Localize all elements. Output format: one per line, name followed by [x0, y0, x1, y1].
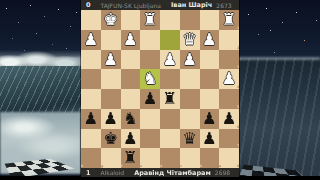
white-king: ♚: [101, 10, 121, 30]
square-f1[interactable]: [121, 10, 141, 30]
square-c7[interactable]: ♛: [180, 129, 200, 149]
square-f5[interactable]: [121, 89, 141, 109]
square-a3[interactable]: 3: [219, 50, 239, 70]
square-h5[interactable]: [81, 89, 101, 109]
chess-board: ♚♜♜1♟♟♛♟2♟♟♟3♞♟4♟♜5♟♟♞♟♟6♚♟♛♟7hg♜fedcb8a: [81, 10, 239, 168]
square-d7[interactable]: [160, 129, 180, 149]
white-pawn: ♟: [160, 50, 180, 70]
top-player-team: TAJFUN-SK Ljubljana: [101, 2, 161, 9]
black-rook: ♜: [121, 148, 141, 168]
square-c3[interactable]: ♟: [180, 50, 200, 70]
square-c6[interactable]: [180, 109, 200, 129]
chess-panel: 0 TAJFUN-SK Ljubljana Іван Шаріч 2673 ♚♜…: [81, 0, 239, 177]
bottom-player-rating: 2698: [215, 169, 230, 176]
square-h4[interactable]: [81, 69, 101, 89]
bottom-player-name: Аравінд Чітамбарам: [134, 169, 211, 177]
wave-face: [0, 66, 81, 118]
square-h7[interactable]: [81, 129, 101, 149]
square-h2[interactable]: ♟: [81, 30, 101, 50]
square-a6[interactable]: ♟6: [219, 109, 239, 129]
square-e4[interactable]: ♞: [140, 69, 160, 89]
square-e3[interactable]: [140, 50, 160, 70]
square-d1[interactable]: [160, 10, 180, 30]
square-c5[interactable]: [180, 89, 200, 109]
black-king: ♚: [101, 129, 121, 149]
square-g5[interactable]: [101, 89, 121, 109]
square-f3[interactable]: [121, 50, 141, 70]
square-g3[interactable]: ♟: [101, 50, 121, 70]
black-rook: ♜: [160, 89, 180, 109]
square-d2[interactable]: [160, 30, 180, 50]
bottom-player-team: Alkaloid: [101, 169, 125, 176]
black-pawn: ♟: [200, 109, 220, 129]
square-c8[interactable]: c: [180, 148, 200, 168]
square-d5[interactable]: ♜: [160, 89, 180, 109]
square-f2[interactable]: ♟: [121, 30, 141, 50]
square-b8[interactable]: b: [200, 148, 220, 168]
black-pawn: ♟: [101, 109, 121, 129]
square-c1[interactable]: [180, 10, 200, 30]
square-h1[interactable]: [81, 10, 101, 30]
square-g8[interactable]: g: [101, 148, 121, 168]
black-pawn: ♟: [140, 89, 160, 109]
top-player-bar: 0 TAJFUN-SK Ljubljana Іван Шаріч 2673: [81, 0, 239, 10]
white-rook: ♜: [140, 10, 160, 30]
square-e1[interactable]: ♜: [140, 10, 160, 30]
square-a7[interactable]: 7: [219, 129, 239, 149]
square-f4[interactable]: [121, 69, 141, 89]
square-h6[interactable]: ♟: [81, 109, 101, 129]
square-h8[interactable]: h: [81, 148, 101, 168]
sea: [239, 58, 320, 176]
square-b6[interactable]: ♟: [200, 109, 220, 129]
square-a1[interactable]: ♜1: [219, 10, 239, 30]
square-d3[interactable]: ♟: [160, 50, 180, 70]
white-pawn: ♟: [101, 50, 121, 70]
square-h3[interactable]: [81, 50, 101, 70]
square-g2[interactable]: [101, 30, 121, 50]
bottom-player-bar: 1 Alkaloid Аравінд Чітамбарам 2698: [81, 168, 239, 177]
square-e8[interactable]: e: [140, 148, 160, 168]
square-e5[interactable]: ♟: [140, 89, 160, 109]
black-pawn: ♟: [81, 109, 101, 129]
square-a4[interactable]: ♟4: [219, 69, 239, 89]
square-f7[interactable]: ♟: [121, 129, 141, 149]
square-c2[interactable]: ♛: [180, 30, 200, 50]
black-pawn: ♟: [121, 129, 141, 149]
black-pawn: ♟: [200, 129, 220, 149]
square-f6[interactable]: ♞: [121, 109, 141, 129]
square-b5[interactable]: [200, 89, 220, 109]
bottom-player-score: 1: [86, 169, 91, 177]
top-player-rating: 2673: [216, 2, 231, 9]
white-pawn: ♟: [121, 30, 141, 50]
square-b7[interactable]: ♟: [200, 129, 220, 149]
square-a2[interactable]: 2: [219, 30, 239, 50]
square-c4[interactable]: [180, 69, 200, 89]
black-knight: ♞: [121, 109, 141, 129]
square-e7[interactable]: [140, 129, 160, 149]
square-b1[interactable]: [200, 10, 220, 30]
broadcast-thumbnail: 0 TAJFUN-SK Ljubljana Іван Шаріч 2673 ♚♜…: [0, 0, 320, 180]
black-queen: ♛: [180, 129, 200, 149]
square-b2[interactable]: ♟: [200, 30, 220, 50]
square-g7[interactable]: ♚: [101, 129, 121, 149]
square-a5[interactable]: 5: [219, 89, 239, 109]
square-d4[interactable]: [160, 69, 180, 89]
square-g4[interactable]: [101, 69, 121, 89]
square-g1[interactable]: ♚: [101, 10, 121, 30]
square-e6[interactable]: [140, 109, 160, 129]
top-player-name: Іван Шаріч: [171, 1, 212, 9]
white-pawn: ♟: [81, 30, 101, 50]
stars: [0, 0, 1, 1]
white-pawn: ♟: [180, 50, 200, 70]
square-g6[interactable]: ♟: [101, 109, 121, 129]
square-b3[interactable]: [200, 50, 220, 70]
square-d6[interactable]: [160, 109, 180, 129]
square-e2[interactable]: [140, 30, 160, 50]
white-queen: ♛: [180, 30, 200, 50]
white-knight: ♞: [140, 69, 160, 89]
square-a8[interactable]: 8a: [219, 148, 239, 168]
white-pawn: ♟: [200, 30, 220, 50]
square-f8[interactable]: ♜f: [121, 148, 141, 168]
top-player-score: 0: [86, 1, 91, 9]
square-b4[interactable]: [200, 69, 220, 89]
square-d8[interactable]: d: [160, 148, 180, 168]
